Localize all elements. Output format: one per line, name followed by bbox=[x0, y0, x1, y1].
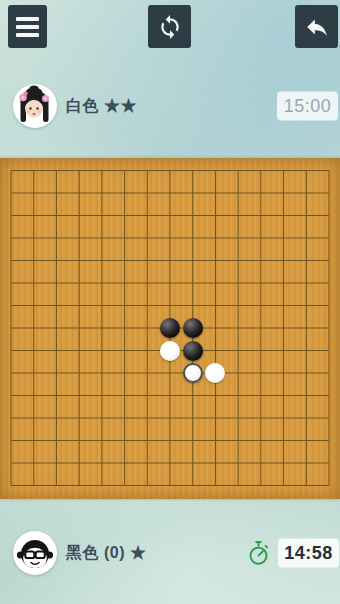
player-clock: 14:58 bbox=[278, 539, 339, 568]
undo-button[interactable] bbox=[295, 5, 338, 48]
boy-avatar bbox=[13, 531, 57, 575]
menu-button[interactable] bbox=[8, 5, 47, 48]
game-board[interactable] bbox=[0, 158, 340, 499]
opponent-name: 白色 ★★ bbox=[66, 96, 137, 117]
opponent-clock: 15:00 bbox=[277, 92, 338, 121]
undo-icon bbox=[304, 14, 330, 40]
new-game-button[interactable] bbox=[148, 5, 191, 48]
black-stone bbox=[160, 318, 180, 338]
player-row: 黑色 (0) ★ 14:58 bbox=[0, 531, 340, 575]
white-stone-last-move bbox=[183, 363, 203, 383]
opponent-row: 白色 ★★ 15:00 bbox=[0, 84, 340, 128]
sync-icon bbox=[157, 14, 183, 40]
menu-icon bbox=[16, 17, 39, 37]
stopwatch-icon bbox=[247, 540, 270, 566]
black-stone bbox=[183, 318, 203, 338]
player-name: 黑色 (0) ★ bbox=[66, 543, 146, 564]
black-stone bbox=[183, 341, 203, 361]
girl-avatar bbox=[13, 84, 57, 128]
white-stone bbox=[160, 341, 180, 361]
app-screen: 白色 ★★ 15:00 黑色 (0) ★ bbox=[0, 0, 340, 604]
